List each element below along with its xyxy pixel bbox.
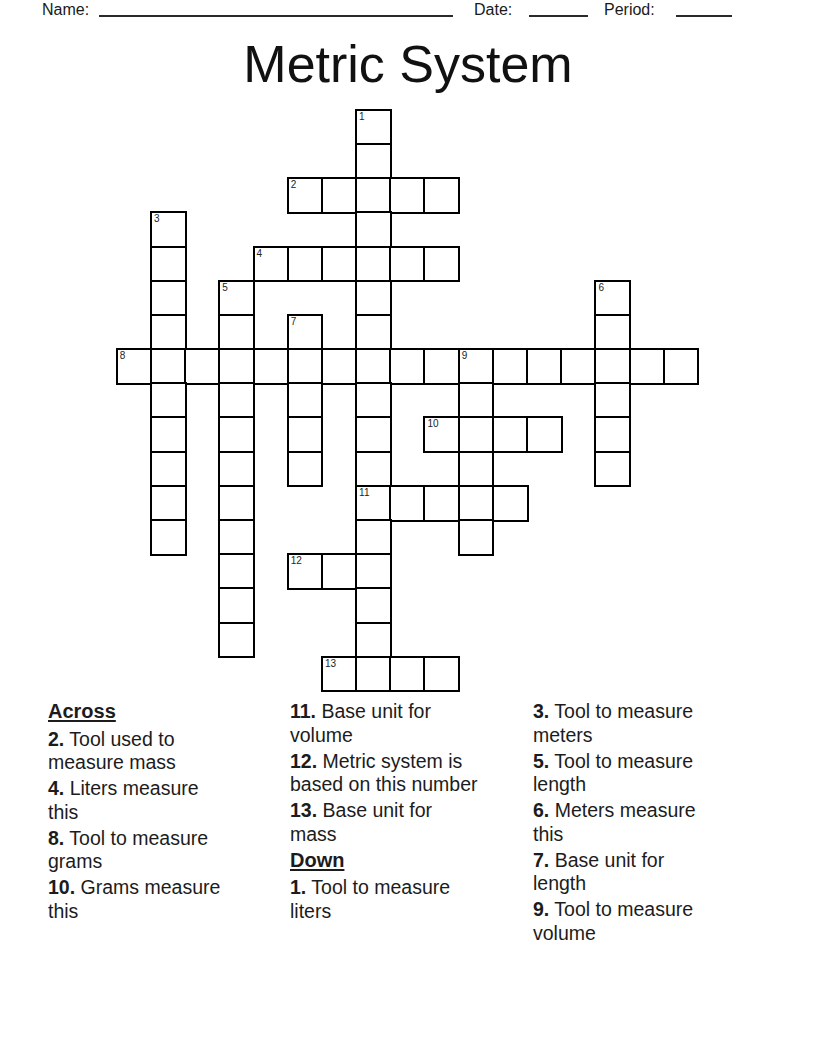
grid-cell-r9c12[interactable] — [526, 416, 563, 453]
down-heading: Down — [290, 849, 532, 873]
clue-12: 12. Metric system isbased on this number — [290, 750, 532, 797]
clue-12-number: 12. — [290, 750, 317, 772]
grid-cell-r8c14[interactable] — [594, 382, 631, 419]
grid-cell-r7c5[interactable] — [287, 348, 324, 385]
grid-cell-r4c5[interactable] — [287, 246, 324, 283]
period-blank-line[interactable] — [676, 0, 732, 17]
date-blank-line[interactable] — [529, 0, 588, 17]
clue-number-1: 1 — [359, 111, 365, 123]
clue-8-number: 8. — [48, 827, 64, 849]
clue-column-3: 3. Tool to measuremeters5. Tool to measu… — [533, 700, 775, 948]
page-title: Metric System — [0, 34, 816, 94]
grid-cell-r15c3[interactable] — [218, 622, 255, 659]
grid-cell-r5c14[interactable]: 6 — [594, 280, 631, 317]
clue-4-number: 4. — [48, 777, 64, 799]
clue-1-number: 1. — [290, 876, 306, 898]
clue-number-3: 3 — [154, 213, 160, 225]
grid-cell-r9c3[interactable] — [218, 416, 255, 453]
grid-cell-r4c7[interactable] — [355, 246, 392, 283]
grid-cell-r4c8[interactable] — [389, 246, 426, 283]
grid-cell-r10c7[interactable] — [355, 451, 392, 488]
grid-cell-r7c14[interactable] — [594, 348, 631, 385]
grid-cell-r9c14[interactable] — [594, 416, 631, 453]
grid-cell-r3c1[interactable]: 3 — [150, 211, 187, 248]
clue-7: 7. Base unit forlength — [533, 849, 775, 896]
clue-6: 6. Meters measurethis — [533, 799, 775, 846]
grid-cell-r6c3[interactable] — [218, 314, 255, 351]
grid-cell-r3c7[interactable] — [355, 211, 392, 248]
clue-3: 3. Tool to measuremeters — [533, 700, 775, 747]
grid-cell-r7c13[interactable] — [560, 348, 597, 385]
across-heading: Across — [48, 700, 290, 724]
clue-9-number: 9. — [533, 898, 549, 920]
grid-cell-r7c9[interactable] — [423, 348, 460, 385]
grid-cell-r2c8[interactable] — [389, 177, 426, 214]
grid-cell-r4c4[interactable]: 4 — [253, 246, 290, 283]
clue-5: 5. Tool to measurelength — [533, 750, 775, 797]
grid-cell-r13c7[interactable] — [355, 553, 392, 590]
grid-cell-r11c3[interactable] — [218, 485, 255, 522]
grid-cell-r9c11[interactable] — [492, 416, 529, 453]
grid-cell-r2c6[interactable] — [321, 177, 358, 214]
grid-cell-r7c11[interactable] — [492, 348, 529, 385]
grid-cell-r13c5[interactable]: 12 — [287, 553, 324, 590]
clue-6-number: 6. — [533, 799, 549, 821]
grid-cell-r11c7[interactable]: 11 — [355, 485, 392, 522]
grid-cell-r9c9[interactable]: 10 — [423, 416, 460, 453]
grid-cell-r10c5[interactable] — [287, 451, 324, 488]
grid-cell-r7c3[interactable] — [218, 348, 255, 385]
clue-number-13: 13 — [325, 658, 336, 670]
grid-cell-r16c6[interactable]: 13 — [321, 656, 358, 693]
clue-1: 1. Tool to measureliters — [290, 876, 532, 923]
grid-cell-r16c8[interactable] — [389, 656, 426, 693]
grid-cell-r14c3[interactable] — [218, 587, 255, 624]
clue-number-5: 5 — [222, 282, 228, 294]
grid-cell-r4c1[interactable] — [150, 246, 187, 283]
clue-10: 10. Grams measurethis — [48, 876, 290, 923]
grid-cell-r11c9[interactable] — [423, 485, 460, 522]
grid-cell-r6c7[interactable] — [355, 314, 392, 351]
clue-10-number: 10. — [48, 876, 75, 898]
period-label: Period: — [604, 1, 655, 19]
clue-number-9: 9 — [462, 350, 468, 362]
grid-cell-r6c5[interactable]: 7 — [287, 314, 324, 351]
clue-number-6: 6 — [598, 282, 604, 294]
grid-cell-r5c3[interactable]: 5 — [218, 280, 255, 317]
grid-cell-r7c2[interactable] — [184, 348, 221, 385]
grid-cell-r4c9[interactable] — [423, 246, 460, 283]
grid-cell-r7c7[interactable] — [355, 348, 392, 385]
grid-cell-r11c11[interactable] — [492, 485, 529, 522]
clue-number-4: 4 — [257, 248, 263, 260]
clue-13: 13. Base unit formass — [290, 799, 532, 846]
grid-cell-r16c9[interactable] — [423, 656, 460, 693]
clue-column-2: 11. Base unit forvolume12. Metric system… — [290, 700, 532, 926]
grid-cell-r7c0[interactable]: 8 — [116, 348, 153, 385]
grid-cell-r10c14[interactable] — [594, 451, 631, 488]
grid-cell-r12c7[interactable] — [355, 519, 392, 556]
grid-cell-r7c12[interactable] — [526, 348, 563, 385]
grid-cell-r2c5[interactable]: 2 — [287, 177, 324, 214]
grid-cell-r7c15[interactable] — [629, 348, 666, 385]
grid-cell-r7c1[interactable] — [150, 348, 187, 385]
grid-cell-r10c1[interactable] — [150, 451, 187, 488]
grid-cell-r10c3[interactable] — [218, 451, 255, 488]
grid-cell-r10c10[interactable] — [458, 451, 495, 488]
grid-cell-r14c7[interactable] — [355, 587, 392, 624]
grid-cell-r5c7[interactable] — [355, 280, 392, 317]
crossword-grid: 12345678910111213 — [117, 110, 698, 691]
grid-cell-r9c1[interactable] — [150, 416, 187, 453]
grid-cell-r8c1[interactable] — [150, 382, 187, 419]
grid-cell-r6c1[interactable] — [150, 314, 187, 351]
clue-11-number: 11. — [290, 700, 316, 722]
clue-5-number: 5. — [533, 750, 549, 772]
clue-11: 11. Base unit forvolume — [290, 700, 532, 747]
grid-cell-r13c3[interactable] — [218, 553, 255, 590]
grid-cell-r0c7[interactable]: 1 — [355, 109, 392, 146]
grid-cell-r2c9[interactable] — [423, 177, 460, 214]
grid-cell-r8c10[interactable] — [458, 382, 495, 419]
clue-7-number: 7. — [533, 849, 549, 871]
date-label: Date: — [474, 1, 512, 19]
clue-4: 4. Liters measurethis — [48, 777, 290, 824]
clue-number-7: 7 — [291, 316, 297, 328]
grid-cell-r9c5[interactable] — [287, 416, 324, 453]
grid-cell-r12c3[interactable] — [218, 519, 255, 556]
grid-cell-r7c16[interactable] — [663, 348, 700, 385]
clue-number-2: 2 — [291, 179, 297, 191]
grid-cell-r12c1[interactable] — [150, 519, 187, 556]
name-blank-line[interactable] — [99, 0, 453, 17]
grid-cell-r15c7[interactable] — [355, 622, 392, 659]
clue-9: 9. Tool to measurevolume — [533, 898, 775, 945]
clue-column-1: Across2. Tool used tomeasure mass4. Lite… — [48, 700, 290, 926]
grid-cell-r11c1[interactable] — [150, 485, 187, 522]
grid-cell-r8c3[interactable] — [218, 382, 255, 419]
grid-cell-r16c7[interactable] — [355, 656, 392, 693]
grid-cell-r4c6[interactable] — [321, 246, 358, 283]
clue-13-number: 13. — [290, 799, 317, 821]
clue-2: 2. Tool used tomeasure mass — [48, 728, 290, 775]
clue-8: 8. Tool to measuregrams — [48, 827, 290, 874]
clue-number-10: 10 — [427, 418, 438, 430]
grid-cell-r9c7[interactable] — [355, 416, 392, 453]
clue-number-11: 11 — [359, 487, 369, 499]
grid-cell-r11c8[interactable] — [389, 485, 426, 522]
grid-cell-r5c1[interactable] — [150, 280, 187, 317]
clue-2-number: 2. — [48, 728, 64, 750]
grid-cell-r9c10[interactable] — [458, 416, 495, 453]
grid-cell-r8c5[interactable] — [287, 382, 324, 419]
grid-cell-r7c4[interactable] — [253, 348, 290, 385]
grid-cell-r7c6[interactable] — [321, 348, 358, 385]
grid-cell-r2c7[interactable] — [355, 177, 392, 214]
grid-cell-r11c10[interactable] — [458, 485, 495, 522]
clue-number-12: 12 — [291, 555, 302, 567]
grid-cell-r13c6[interactable] — [321, 553, 358, 590]
grid-cell-r12c10[interactable] — [458, 519, 495, 556]
clue-number-8: 8 — [120, 350, 126, 362]
grid-cell-r7c8[interactable] — [389, 348, 426, 385]
clue-3-number: 3. — [533, 700, 549, 722]
name-label: Name: — [42, 1, 89, 19]
grid-cell-r1c7[interactable] — [355, 143, 392, 180]
grid-cell-r7c10[interactable]: 9 — [458, 348, 495, 385]
grid-cell-r8c7[interactable] — [355, 382, 392, 419]
grid-cell-r6c14[interactable] — [594, 314, 631, 351]
